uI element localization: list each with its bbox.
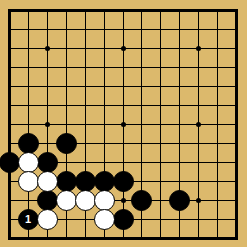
- star-point: [196, 122, 201, 127]
- star-point: [121, 198, 126, 203]
- black-stone: [131, 190, 152, 211]
- move-number-label: 1: [25, 214, 31, 225]
- white-stone: [18, 152, 39, 173]
- grid-line-vertical: [217, 9, 218, 240]
- white-stone: [37, 209, 58, 230]
- white-stone: [94, 209, 115, 230]
- black-stone: [113, 171, 134, 192]
- black-stone: [56, 133, 77, 154]
- white-stone: [18, 171, 39, 192]
- star-point: [121, 46, 126, 51]
- white-stone: [94, 190, 115, 211]
- star-point: [45, 122, 50, 127]
- black-stone: [0, 152, 20, 173]
- white-stone: [75, 190, 96, 211]
- star-point: [196, 198, 201, 203]
- grid-line-horizontal: [8, 143, 238, 144]
- star-point: [196, 46, 201, 51]
- grid-line-vertical: [235, 9, 238, 240]
- star-point: [121, 122, 126, 127]
- grid-line-vertical: [160, 9, 161, 240]
- black-stone: 1: [18, 209, 39, 230]
- black-stone: [169, 190, 190, 211]
- black-stone: [56, 171, 77, 192]
- black-stone: [37, 152, 58, 173]
- black-stone: [94, 171, 115, 192]
- go-diagram: 1: [0, 0, 247, 247]
- go-board[interactable]: 1: [9, 10, 236, 238]
- black-stone: [37, 190, 58, 211]
- black-stone: [75, 171, 96, 192]
- white-stone: [37, 171, 58, 192]
- black-stone: [113, 209, 134, 230]
- white-stone: [56, 190, 77, 211]
- grid-line-horizontal: [8, 237, 238, 240]
- star-point: [45, 46, 50, 51]
- black-stone: [18, 133, 39, 154]
